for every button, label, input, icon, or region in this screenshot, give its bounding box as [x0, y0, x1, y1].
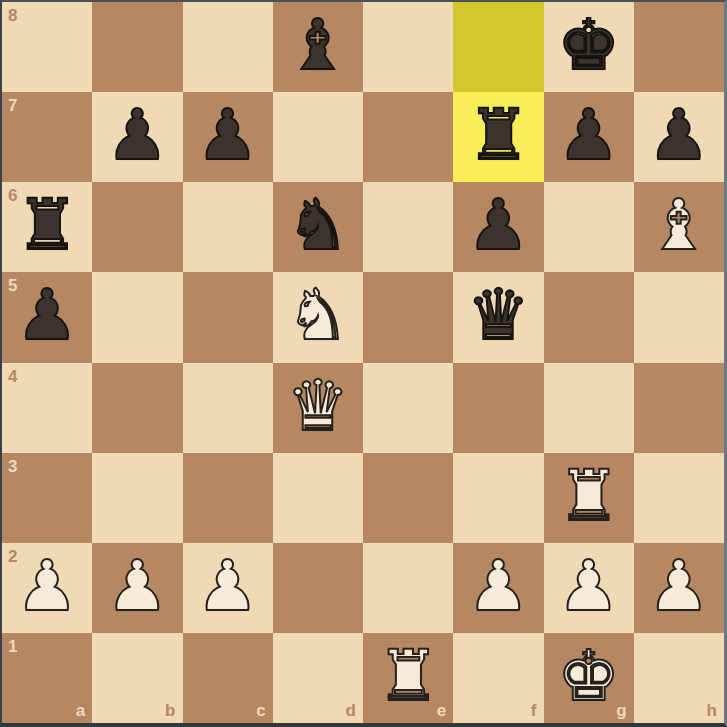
square-b6[interactable] — [92, 182, 182, 272]
square-e8[interactable] — [363, 2, 453, 92]
square-e3[interactable] — [363, 453, 453, 543]
square-b4[interactable] — [92, 363, 182, 453]
square-a4[interactable]: 4 — [2, 363, 92, 453]
rank-label-1: 1 — [8, 638, 17, 655]
piece-white-pawn[interactable]: ♟ — [467, 551, 530, 621]
square-d2[interactable] — [273, 543, 363, 633]
piece-black-pawn[interactable]: ♟ — [106, 100, 169, 170]
square-a1[interactable]: 1a — [2, 633, 92, 723]
square-g6[interactable] — [544, 182, 634, 272]
piece-black-queen[interactable]: ♛ — [467, 280, 530, 350]
file-label-h: h — [707, 702, 717, 719]
piece-white-bishop[interactable]: ♝ — [647, 190, 710, 260]
square-g2[interactable]: ♟ — [544, 543, 634, 633]
square-c1[interactable]: c — [183, 633, 273, 723]
square-h1[interactable]: h — [634, 633, 724, 723]
square-c5[interactable] — [183, 272, 273, 362]
square-a3[interactable]: 3 — [2, 453, 92, 543]
square-f2[interactable]: ♟ — [453, 543, 543, 633]
piece-white-knight[interactable]: ♞ — [286, 280, 349, 350]
piece-black-pawn[interactable]: ♟ — [557, 100, 620, 170]
square-d8[interactable]: ♝ — [273, 2, 363, 92]
piece-black-bishop[interactable]: ♝ — [286, 10, 349, 80]
square-e5[interactable] — [363, 272, 453, 362]
piece-black-knight[interactable]: ♞ — [286, 190, 349, 260]
square-f8[interactable] — [453, 2, 543, 92]
rank-label-3: 3 — [8, 458, 17, 475]
piece-white-rook[interactable]: ♜ — [377, 641, 440, 711]
piece-black-pawn[interactable]: ♟ — [16, 280, 79, 350]
square-b2[interactable]: ♟ — [92, 543, 182, 633]
piece-white-pawn[interactable]: ♟ — [106, 551, 169, 621]
file-label-a: a — [76, 702, 85, 719]
piece-white-pawn[interactable]: ♟ — [196, 551, 259, 621]
square-g7[interactable]: ♟ — [544, 92, 634, 182]
square-h5[interactable] — [634, 272, 724, 362]
rank-label-4: 4 — [8, 368, 17, 385]
square-c2[interactable]: ♟ — [183, 543, 273, 633]
square-c7[interactable]: ♟ — [183, 92, 273, 182]
square-f5[interactable]: ♛ — [453, 272, 543, 362]
square-h8[interactable] — [634, 2, 724, 92]
square-a2[interactable]: 2♟ — [2, 543, 92, 633]
square-e1[interactable]: e♜ — [363, 633, 453, 723]
square-c4[interactable] — [183, 363, 273, 453]
square-b3[interactable] — [92, 453, 182, 543]
square-d7[interactable] — [273, 92, 363, 182]
square-f7[interactable]: ♜ — [453, 92, 543, 182]
square-b8[interactable] — [92, 2, 182, 92]
square-d3[interactable] — [273, 453, 363, 543]
piece-black-rook[interactable]: ♜ — [467, 100, 530, 170]
piece-white-pawn[interactable]: ♟ — [16, 551, 79, 621]
square-g4[interactable] — [544, 363, 634, 453]
piece-white-pawn[interactable]: ♟ — [647, 551, 710, 621]
piece-white-pawn[interactable]: ♟ — [557, 551, 620, 621]
rank-label-8: 8 — [8, 7, 17, 24]
square-b7[interactable]: ♟ — [92, 92, 182, 182]
square-h4[interactable] — [634, 363, 724, 453]
file-label-d: d — [346, 702, 356, 719]
square-a5[interactable]: 5♟ — [2, 272, 92, 362]
square-f4[interactable] — [453, 363, 543, 453]
square-h3[interactable] — [634, 453, 724, 543]
piece-black-king[interactable]: ♚ — [557, 10, 620, 80]
square-a8[interactable]: 8 — [2, 2, 92, 92]
square-f1[interactable]: f — [453, 633, 543, 723]
file-label-f: f — [531, 702, 537, 719]
square-e7[interactable] — [363, 92, 453, 182]
square-c8[interactable] — [183, 2, 273, 92]
square-c6[interactable] — [183, 182, 273, 272]
piece-white-king[interactable]: ♚ — [557, 641, 620, 711]
square-e4[interactable] — [363, 363, 453, 453]
rank-label-7: 7 — [8, 97, 17, 114]
square-f3[interactable] — [453, 453, 543, 543]
file-label-b: b — [165, 702, 175, 719]
square-c3[interactable] — [183, 453, 273, 543]
piece-black-pawn[interactable]: ♟ — [467, 190, 530, 260]
piece-white-rook[interactable]: ♜ — [557, 461, 620, 531]
square-g5[interactable] — [544, 272, 634, 362]
square-e2[interactable] — [363, 543, 453, 633]
file-label-c: c — [256, 702, 265, 719]
square-d4[interactable]: ♛ — [273, 363, 363, 453]
square-g1[interactable]: g♚ — [544, 633, 634, 723]
square-d6[interactable]: ♞ — [273, 182, 363, 272]
square-h2[interactable]: ♟ — [634, 543, 724, 633]
square-b1[interactable]: b — [92, 633, 182, 723]
square-d5[interactable]: ♞ — [273, 272, 363, 362]
square-g8[interactable]: ♚ — [544, 2, 634, 92]
square-h6[interactable]: ♝ — [634, 182, 724, 272]
square-b5[interactable] — [92, 272, 182, 362]
piece-black-pawn[interactable]: ♟ — [196, 100, 259, 170]
square-f6[interactable]: ♟ — [453, 182, 543, 272]
chess-board: 8♝♚7♟♟♜♟♟6♜♞♟♝5♟♞♛4♛3♜2♟♟♟♟♟♟1abcde♜fg♚h — [2, 2, 724, 723]
square-h7[interactable]: ♟ — [634, 92, 724, 182]
square-g3[interactable]: ♜ — [544, 453, 634, 543]
piece-white-queen[interactable]: ♛ — [286, 371, 349, 441]
square-a7[interactable]: 7 — [2, 92, 92, 182]
square-d1[interactable]: d — [273, 633, 363, 723]
square-e6[interactable] — [363, 182, 453, 272]
piece-black-rook[interactable]: ♜ — [16, 190, 79, 260]
piece-black-pawn[interactable]: ♟ — [647, 100, 710, 170]
square-a6[interactable]: 6♜ — [2, 182, 92, 272]
board-frame: 8♝♚7♟♟♜♟♟6♜♞♟♝5♟♞♛4♛3♜2♟♟♟♟♟♟1abcde♜fg♚h — [0, 0, 727, 727]
